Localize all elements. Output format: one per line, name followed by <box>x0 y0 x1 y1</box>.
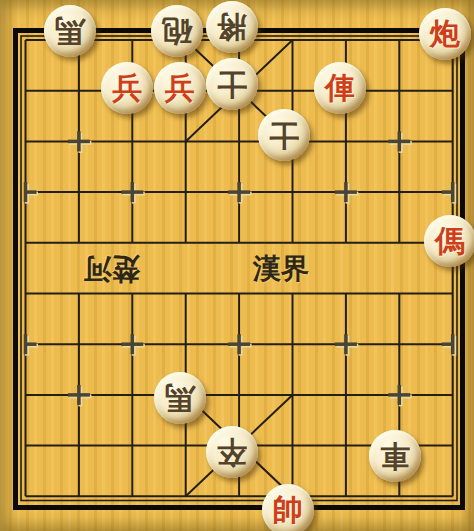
piece-black-advisor[interactable]: 士 <box>258 109 310 161</box>
piece-character: 車 <box>380 441 410 471</box>
piece-character: 卒 <box>217 437 247 467</box>
piece-character: 馬 <box>165 383 195 413</box>
piece-black-advisor[interactable]: 士 <box>206 58 258 110</box>
piece-black-cannon[interactable]: 砲 <box>151 5 203 57</box>
piece-character: 將 <box>217 12 247 42</box>
piece-black-chariot[interactable]: 車 <box>369 430 421 482</box>
piece-character: 馬 <box>55 16 85 46</box>
piece-red-general[interactable]: 帥 <box>262 484 314 531</box>
piece-character: 士 <box>269 120 299 150</box>
piece-character: 傌 <box>435 226 465 256</box>
piece-red-horse[interactable]: 傌 <box>424 215 474 267</box>
piece-character: 炮 <box>430 19 460 49</box>
piece-character: 砲 <box>162 16 192 46</box>
river-label-chu-he: 楚河 <box>84 250 140 288</box>
piece-red-soldier[interactable]: 兵 <box>154 62 206 114</box>
river-label-han-jie: 漢界 <box>253 250 309 288</box>
piece-red-soldier[interactable]: 兵 <box>101 62 153 114</box>
piece-black-horse[interactable]: 馬 <box>154 372 206 424</box>
piece-character: 兵 <box>112 73 142 103</box>
piece-black-soldier[interactable]: 卒 <box>206 426 258 478</box>
piece-character: 帥 <box>273 495 303 525</box>
piece-black-general[interactable]: 將 <box>206 1 258 53</box>
xiangqi-board: 楚河 漢界 馬砲將炮兵兵士俥士傌馬卒車帥 <box>0 0 474 531</box>
piece-character: 俥 <box>325 73 355 103</box>
piece-red-cannon[interactable]: 炮 <box>419 8 471 60</box>
piece-red-chariot[interactable]: 俥 <box>314 62 366 114</box>
piece-character: 士 <box>217 69 247 99</box>
piece-black-horse[interactable]: 馬 <box>44 5 96 57</box>
piece-character: 兵 <box>165 73 195 103</box>
